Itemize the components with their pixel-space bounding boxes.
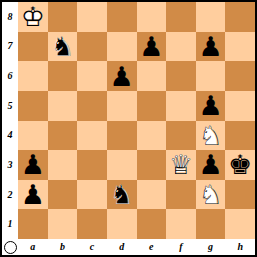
- square-h8[interactable]: [225, 2, 255, 32]
- square-h2[interactable]: [225, 180, 255, 210]
- file-label-b: b: [48, 239, 78, 255]
- rank-label-4: 4: [2, 121, 18, 151]
- rank-label-8: 8: [2, 2, 18, 32]
- square-h4[interactable]: [225, 121, 255, 151]
- square-c2[interactable]: [77, 180, 107, 210]
- piece-glyph-layer: ♚: [225, 150, 255, 180]
- piece-glyph-layer: ♟: [107, 61, 137, 91]
- square-b6[interactable]: [48, 61, 78, 91]
- piece-glyph-layer: ♘: [48, 32, 78, 62]
- square-h1[interactable]: [225, 209, 255, 239]
- black-knight-icon[interactable]: ♞♘: [48, 32, 78, 62]
- square-g7[interactable]: ♟: [196, 32, 226, 62]
- square-h5[interactable]: [225, 91, 255, 121]
- black-pawn-icon[interactable]: ♟: [196, 91, 226, 121]
- square-b1[interactable]: [48, 209, 78, 239]
- piece-glyph-layer: ♟: [137, 32, 167, 62]
- piece-glyph-layer: ♟: [196, 150, 226, 180]
- rank-label-1: 1: [2, 209, 18, 239]
- square-g3[interactable]: ♟: [196, 150, 226, 180]
- piece-glyph-layer: ♔: [18, 2, 48, 32]
- square-c7[interactable]: [77, 32, 107, 62]
- rank-label-2: 2: [2, 180, 18, 210]
- white-king-icon[interactable]: ♚♔: [18, 2, 48, 32]
- square-h7[interactable]: [225, 32, 255, 62]
- square-e8[interactable]: [137, 2, 167, 32]
- white-knight-icon[interactable]: ♞♘: [196, 121, 226, 151]
- file-label-f: f: [166, 239, 196, 255]
- black-pawn-icon[interactable]: ♟: [18, 150, 48, 180]
- piece-glyph-layer: ♟: [18, 150, 48, 180]
- square-h6[interactable]: [225, 61, 255, 91]
- white-queen-icon[interactable]: ♛♕: [166, 150, 196, 180]
- white-to-move-indicator: [4, 241, 17, 254]
- file-label-c: c: [77, 239, 107, 255]
- square-e5[interactable]: [137, 91, 167, 121]
- rank-label-7: 7: [2, 32, 18, 62]
- square-f1[interactable]: [166, 209, 196, 239]
- square-g6[interactable]: [196, 61, 226, 91]
- square-g1[interactable]: [196, 209, 226, 239]
- square-a6[interactable]: [18, 61, 48, 91]
- square-a4[interactable]: [18, 121, 48, 151]
- square-c3[interactable]: [77, 150, 107, 180]
- square-b4[interactable]: [48, 121, 78, 151]
- file-label-e: e: [137, 239, 167, 255]
- square-b2[interactable]: [48, 180, 78, 210]
- square-g8[interactable]: [196, 2, 226, 32]
- square-a5[interactable]: [18, 91, 48, 121]
- piece-glyph-layer: ♘: [196, 121, 226, 151]
- piece-glyph-layer: ♟: [196, 32, 226, 62]
- square-d6[interactable]: ♟: [107, 61, 137, 91]
- square-f6[interactable]: [166, 61, 196, 91]
- square-a2[interactable]: ♟: [18, 180, 48, 210]
- square-f5[interactable]: [166, 91, 196, 121]
- black-pawn-icon[interactable]: ♟: [196, 150, 226, 180]
- square-b5[interactable]: [48, 91, 78, 121]
- square-d4[interactable]: [107, 121, 137, 151]
- square-e6[interactable]: [137, 61, 167, 91]
- square-a7[interactable]: [18, 32, 48, 62]
- square-e2[interactable]: [137, 180, 167, 210]
- square-c8[interactable]: [77, 2, 107, 32]
- piece-glyph-layer: ♕: [166, 150, 196, 180]
- square-g2[interactable]: ♞♘: [196, 180, 226, 210]
- square-b3[interactable]: [48, 150, 78, 180]
- file-label-h: h: [225, 239, 255, 255]
- square-d2[interactable]: ♞♘: [107, 180, 137, 210]
- black-king-icon[interactable]: ♚: [225, 150, 255, 180]
- black-knight-icon[interactable]: ♞♘: [107, 180, 137, 210]
- piece-glyph-layer: ♟: [196, 91, 226, 121]
- square-e3[interactable]: [137, 150, 167, 180]
- square-f3[interactable]: ♛♕: [166, 150, 196, 180]
- square-d3[interactable]: [107, 150, 137, 180]
- black-pawn-icon[interactable]: ♟: [18, 180, 48, 210]
- piece-glyph-layer: ♘: [196, 180, 226, 210]
- black-pawn-icon[interactable]: ♟: [137, 32, 167, 62]
- square-c1[interactable]: [77, 209, 107, 239]
- square-f7[interactable]: [166, 32, 196, 62]
- chess-board-frame: 8♚♔7♞♘♟♟6♟5♟4♞♘3♟♛♕♟♚2♟♞♘♞♘1abcdefgh: [0, 0, 257, 257]
- square-h3[interactable]: ♚: [225, 150, 255, 180]
- square-e7[interactable]: ♟: [137, 32, 167, 62]
- square-f2[interactable]: [166, 180, 196, 210]
- square-a1[interactable]: [18, 209, 48, 239]
- square-b8[interactable]: [48, 2, 78, 32]
- file-label-d: d: [107, 239, 137, 255]
- piece-glyph-layer: ♘: [107, 180, 137, 210]
- black-pawn-icon[interactable]: ♟: [196, 32, 226, 62]
- square-f8[interactable]: [166, 2, 196, 32]
- file-label-a: a: [18, 239, 48, 255]
- square-d1[interactable]: [107, 209, 137, 239]
- rank-label-5: 5: [2, 91, 18, 121]
- square-a8[interactable]: ♚♔: [18, 2, 48, 32]
- square-e4[interactable]: [137, 121, 167, 151]
- white-knight-icon[interactable]: ♞♘: [196, 180, 226, 210]
- square-c6[interactable]: [77, 61, 107, 91]
- piece-glyph-layer: ♟: [18, 180, 48, 210]
- rank-label-3: 3: [2, 150, 18, 180]
- square-d8[interactable]: [107, 2, 137, 32]
- square-e1[interactable]: [137, 209, 167, 239]
- square-a3[interactable]: ♟: [18, 150, 48, 180]
- square-d5[interactable]: [107, 91, 137, 121]
- black-pawn-icon[interactable]: ♟: [107, 61, 137, 91]
- side-to-move-corner: [2, 239, 18, 255]
- square-g5[interactable]: ♟: [196, 91, 226, 121]
- square-c5[interactable]: [77, 91, 107, 121]
- square-g4[interactable]: ♞♘: [196, 121, 226, 151]
- square-b7[interactable]: ♞♘: [48, 32, 78, 62]
- square-d7[interactable]: [107, 32, 137, 62]
- square-f4[interactable]: [166, 121, 196, 151]
- file-label-g: g: [196, 239, 226, 255]
- square-c4[interactable]: [77, 121, 107, 151]
- rank-label-6: 6: [2, 61, 18, 91]
